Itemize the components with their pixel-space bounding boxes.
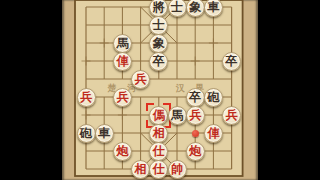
piece-red-cannon[interactable]: 炮	[186, 142, 205, 161]
letterbox-left	[0, 0, 62, 180]
piece-red-soldier[interactable]: 兵	[77, 88, 96, 107]
piece-red-chariot[interactable]: 俥	[113, 52, 132, 71]
piece-red-soldier[interactable]: 兵	[113, 88, 132, 107]
piece-black-horse[interactable]: 馬	[113, 34, 132, 53]
piece-red-soldier[interactable]: 兵	[131, 70, 150, 89]
piece-black-soldier[interactable]: 卒	[149, 52, 168, 71]
screen: 楚 河 汉 界 將士象車士馬象俥卒卒兵兵兵卒砲傌馬兵兵砲車相俥炮仕炮相仕帥	[0, 0, 320, 180]
piece-red-horse[interactable]: 傌	[149, 106, 168, 125]
piece-red-elephant[interactable]: 相	[131, 160, 150, 179]
piece-black-cannon[interactable]: 砲	[204, 88, 223, 107]
piece-red-advisor[interactable]: 仕	[149, 160, 168, 179]
piece-black-chariot[interactable]: 車	[95, 124, 114, 143]
piece-black-cannon[interactable]: 砲	[77, 124, 96, 143]
piece-black-soldier[interactable]: 卒	[186, 88, 205, 107]
letterbox-right	[258, 0, 320, 180]
piece-red-elephant[interactable]: 相	[149, 124, 168, 143]
piece-black-soldier[interactable]: 卒	[222, 52, 241, 71]
piece-red-general[interactable]: 帥	[168, 160, 187, 179]
piece-black-elephant[interactable]: 象	[149, 34, 168, 53]
piece-black-chariot[interactable]: 車	[204, 0, 223, 17]
piece-red-advisor[interactable]: 仕	[149, 142, 168, 161]
xiangqi-board[interactable]: 楚 河 汉 界 將士象車士馬象俥卒卒兵兵兵卒砲傌馬兵兵砲車相俥炮仕炮相仕帥	[62, 0, 258, 180]
piece-black-horse[interactable]: 馬	[168, 106, 187, 125]
move-target-dot[interactable]	[192, 130, 199, 137]
piece-black-advisor[interactable]: 士	[149, 16, 168, 35]
piece-red-chariot[interactable]: 俥	[204, 124, 223, 143]
piece-black-elephant[interactable]: 象	[186, 0, 205, 17]
piece-red-soldier[interactable]: 兵	[222, 106, 241, 125]
piece-black-advisor[interactable]: 士	[168, 0, 187, 17]
piece-red-soldier[interactable]: 兵	[186, 106, 205, 125]
piece-red-cannon[interactable]: 炮	[113, 142, 132, 161]
